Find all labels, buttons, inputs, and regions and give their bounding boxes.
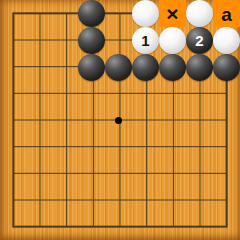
black-stone[interactable] [213,54,240,81]
black-stone[interactable] [159,54,186,81]
black-stone[interactable] [186,54,213,81]
white-stone[interactable]: 1 [132,27,159,54]
stones-layer: 12×a [0,0,240,240]
marked-point-a[interactable]: a [213,0,240,27]
white-stone[interactable] [132,0,159,27]
marked-point-x[interactable]: × [159,0,186,27]
black-stone[interactable] [132,54,159,81]
black-stone[interactable]: 2 [186,27,213,54]
black-stone[interactable] [78,0,105,27]
hoshi-dot [115,117,122,124]
black-stone[interactable] [78,27,105,54]
move-number-label: 2 [195,33,203,48]
white-stone[interactable] [213,27,240,54]
white-stone[interactable] [186,0,213,27]
white-stone[interactable] [159,27,186,54]
black-stone[interactable] [78,54,105,81]
black-stone[interactable] [105,54,132,81]
go-board[interactable]: 12×a [0,0,240,240]
move-number-label: 1 [141,33,149,48]
